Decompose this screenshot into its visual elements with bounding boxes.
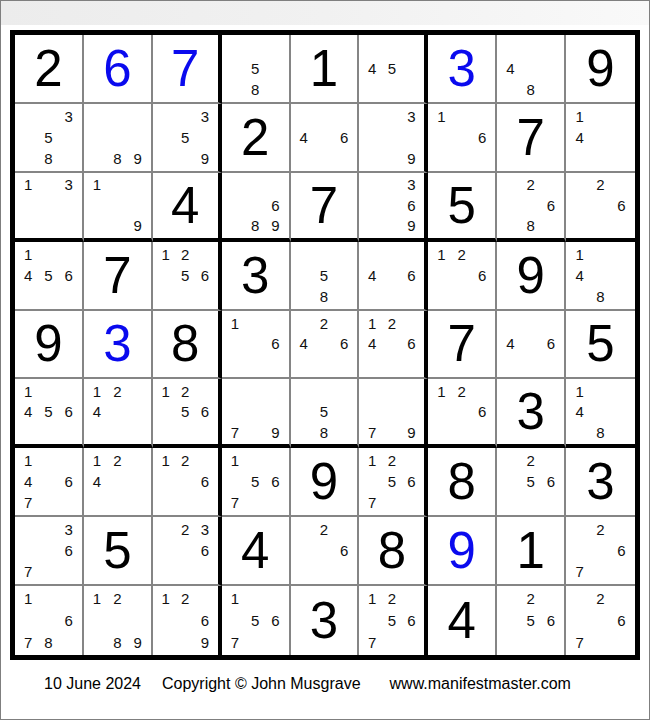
candidate-5: 5 [521, 471, 541, 492]
candidate-4: 4 [294, 127, 314, 148]
pencil-marks: 46 [359, 242, 424, 309]
pencil-marks: 148 [566, 242, 635, 309]
candidate-1: 1 [225, 313, 245, 334]
pencil-marks: 1567 [222, 448, 289, 515]
cell-value: 1 [310, 43, 338, 94]
candidate-4: 4 [569, 265, 590, 286]
candidate-6: 6 [472, 265, 492, 286]
cell-r6c9[interactable]: 148 [566, 379, 635, 448]
candidate-6: 6 [402, 334, 422, 355]
pencil-marks: 689 [222, 173, 289, 238]
candidate-1: 1 [569, 381, 590, 401]
cell-r2c6[interactable]: 39 [359, 104, 428, 173]
cell-r1c8[interactable]: 48 [497, 35, 566, 104]
cell-r4c8[interactable]: 9 [497, 242, 566, 311]
pencil-marks: 26 [291, 517, 358, 584]
cell-r2c8[interactable]: 7 [497, 104, 566, 173]
cell-value: 3 [310, 595, 338, 646]
pencil-marks: 89 [84, 104, 151, 171]
candidate-6: 6 [541, 334, 561, 355]
cell-r8c4[interactable]: 4 [222, 517, 291, 586]
cell-r1c5[interactable]: 1 [291, 35, 360, 104]
candidate-2: 2 [175, 381, 195, 401]
candidate-2: 2 [175, 244, 195, 265]
cell-r1c2[interactable]: 6 [84, 35, 153, 104]
pencil-marks: 267 [566, 517, 635, 584]
cell-r3c8[interactable]: 268 [497, 173, 566, 242]
cell-r9c2[interactable]: 1289 [84, 586, 153, 655]
candidate-4: 4 [500, 58, 520, 79]
cell-r4c7[interactable]: 126 [428, 242, 497, 311]
candidate-5: 5 [382, 610, 402, 632]
cell-r5c2[interactable]: 3 [84, 311, 153, 380]
pencil-marks: 1467 [15, 448, 82, 515]
candidate-6: 6 [334, 334, 354, 355]
cell-r9c3[interactable]: 1269 [153, 586, 222, 655]
pencil-marks: 256 [497, 586, 564, 655]
footer-copyright: Copyright © John Musgrave [162, 675, 361, 692]
candidate-6: 6 [195, 402, 215, 422]
candidate-6: 6 [59, 265, 79, 286]
cell-r6c4[interactable]: 79 [222, 379, 291, 448]
candidate-2: 2 [452, 244, 472, 265]
cell-r2c3[interactable]: 359 [153, 104, 222, 173]
cell-value: 9 [448, 525, 476, 576]
pencil-marks: 367 [15, 517, 82, 584]
cell-r4c1[interactable]: 1456 [15, 242, 84, 311]
cell-value: 8 [171, 318, 199, 369]
cell-r4c4[interactable]: 3 [222, 242, 291, 311]
cell-r3c9[interactable]: 26 [566, 173, 635, 242]
candidate-8: 8 [107, 631, 127, 653]
cell-r5c5[interactable]: 246 [291, 311, 360, 380]
cell-value: 5 [448, 180, 476, 231]
candidate-5: 5 [245, 471, 265, 492]
candidate-9: 9 [265, 215, 285, 235]
cell-value: 5 [103, 525, 131, 576]
candidate-1: 1 [225, 450, 245, 471]
cell-r4c9[interactable]: 148 [566, 242, 635, 311]
cell-r8c8[interactable]: 1 [497, 517, 566, 586]
pencil-marks: 45 [359, 35, 424, 102]
candidate-9: 9 [402, 422, 422, 442]
cell-r2c1[interactable]: 358 [15, 104, 84, 173]
candidate-1: 1 [569, 244, 590, 265]
cell-r7c1[interactable]: 1467 [15, 448, 84, 517]
pencil-marks: 246 [291, 311, 358, 378]
candidate-2: 2 [590, 175, 611, 195]
candidate-1: 1 [87, 450, 107, 471]
cell-r4c2[interactable]: 7 [84, 242, 153, 311]
pencil-marks: 16 [222, 311, 289, 378]
candidate-4: 4 [362, 265, 382, 286]
cell-value: 9 [516, 250, 544, 301]
candidate-4: 4 [294, 334, 314, 355]
pencil-marks: 46 [291, 104, 358, 171]
pencil-marks: 58 [291, 379, 358, 444]
candidate-6: 6 [611, 540, 632, 561]
candidate-7: 7 [362, 422, 382, 442]
cell-value: 3 [103, 318, 131, 369]
candidate-5: 5 [382, 471, 402, 492]
candidate-6: 6 [402, 195, 422, 215]
candidate-1: 1 [431, 381, 451, 401]
cell-r4c5[interactable]: 58 [291, 242, 360, 311]
candidate-8: 8 [245, 215, 265, 235]
candidate-3: 3 [59, 175, 79, 195]
candidate-1: 1 [569, 106, 590, 127]
candidate-3: 3 [59, 106, 79, 127]
cell-r6c3[interactable]: 1256 [153, 379, 222, 448]
candidate-9: 9 [402, 215, 422, 235]
pencil-marks: 126 [428, 242, 495, 309]
pencil-marks: 12567 [359, 448, 424, 515]
pencil-marks: 267 [566, 586, 635, 655]
cell-r2c9[interactable]: 14 [566, 104, 635, 173]
pencil-marks: 1567 [222, 586, 289, 655]
candidate-1: 1 [18, 381, 38, 401]
candidate-2: 2 [175, 588, 195, 610]
candidate-5: 5 [38, 127, 58, 148]
top-bar [1, 1, 649, 25]
cell-r4c3[interactable]: 1256 [153, 242, 222, 311]
cell-r8c2[interactable]: 5 [84, 517, 153, 586]
candidate-5: 5 [245, 58, 265, 79]
pencil-marks: 19 [84, 173, 151, 238]
candidate-2: 2 [107, 381, 127, 401]
cell-r9c7[interactable]: 4 [428, 586, 497, 655]
cell-r7c6[interactable]: 12567 [359, 448, 428, 517]
cell-r3c2[interactable]: 19 [84, 173, 153, 242]
candidate-2: 2 [521, 450, 541, 471]
pencil-marks: 1678 [15, 586, 82, 655]
cell-value: 4 [241, 525, 269, 576]
candidate-1: 1 [362, 313, 382, 334]
candidate-1: 1 [431, 106, 451, 127]
cell-value: 6 [103, 43, 131, 94]
candidate-2: 2 [107, 450, 127, 471]
pencil-marks: 14 [566, 104, 635, 171]
cell-r7c9[interactable]: 3 [566, 448, 635, 517]
candidate-5: 5 [175, 402, 195, 422]
cell-r7c7[interactable]: 8 [428, 448, 497, 517]
candidate-6: 6 [472, 402, 492, 422]
pencil-marks: 58 [291, 242, 358, 309]
cell-r8c9[interactable]: 267 [566, 517, 635, 586]
candidate-8: 8 [38, 631, 58, 653]
candidate-2: 2 [382, 450, 402, 471]
candidate-7: 7 [569, 631, 590, 653]
candidate-9: 9 [127, 631, 147, 653]
candidate-5: 5 [38, 265, 58, 286]
candidate-1: 1 [87, 381, 107, 401]
pencil-marks: 268 [497, 173, 564, 238]
candidate-5: 5 [521, 610, 541, 632]
cell-value: 7 [103, 250, 131, 301]
pencil-marks: 58 [222, 35, 289, 102]
candidate-2: 2 [382, 313, 402, 334]
cell-r1c1[interactable]: 2 [15, 35, 84, 104]
candidate-8: 8 [38, 148, 58, 169]
pencil-marks: 126 [428, 379, 495, 444]
cell-r7c2[interactable]: 124 [84, 448, 153, 517]
cell-r6c2[interactable]: 124 [84, 379, 153, 448]
candidate-6: 6 [611, 195, 632, 215]
candidate-2: 2 [590, 519, 611, 540]
cell-r1c3[interactable]: 7 [153, 35, 222, 104]
cell-r9c4[interactable]: 1567 [222, 586, 291, 655]
candidate-5: 5 [175, 265, 195, 286]
candidate-6: 6 [334, 127, 354, 148]
pencil-marks: 16 [428, 104, 495, 171]
cell-r6c1[interactable]: 1456 [15, 379, 84, 448]
pencil-marks: 12567 [359, 586, 424, 655]
candidate-9: 9 [265, 422, 285, 442]
cell-r3c3[interactable]: 4 [153, 173, 222, 242]
candidate-7: 7 [18, 561, 38, 582]
candidate-1: 1 [156, 588, 176, 610]
cell-value: 2 [241, 112, 269, 163]
candidate-4: 4 [500, 334, 520, 355]
candidate-2: 2 [590, 588, 611, 610]
candidate-6: 6 [402, 471, 422, 492]
candidate-4: 4 [18, 402, 38, 422]
cell-r3c1[interactable]: 13 [15, 173, 84, 242]
candidate-6: 6 [402, 265, 422, 286]
pencil-marks: 79 [222, 379, 289, 444]
pencil-marks: 26 [566, 173, 635, 238]
candidate-5: 5 [382, 58, 402, 79]
candidate-6: 6 [59, 471, 79, 492]
candidate-6: 6 [541, 471, 561, 492]
candidate-1: 1 [18, 450, 38, 471]
pencil-marks: 124 [84, 379, 151, 444]
cell-value: 5 [586, 318, 614, 369]
candidate-9: 9 [127, 148, 147, 169]
candidate-1: 1 [225, 588, 245, 610]
pencil-marks: 256 [497, 448, 564, 515]
pencil-marks: 1289 [84, 586, 151, 655]
pencil-marks: 1456 [15, 242, 82, 309]
cell-value: 3 [241, 250, 269, 301]
candidate-8: 8 [521, 79, 541, 100]
pencil-marks: 1456 [15, 379, 82, 444]
pencil-marks: 1256 [153, 379, 218, 444]
candidate-3: 3 [195, 106, 215, 127]
candidate-1: 1 [362, 450, 382, 471]
cell-r6c7[interactable]: 126 [428, 379, 497, 448]
candidate-6: 6 [541, 610, 561, 632]
cell-r8c5[interactable]: 26 [291, 517, 360, 586]
candidate-1: 1 [156, 450, 176, 471]
candidate-2: 2 [107, 588, 127, 610]
candidate-6: 6 [195, 265, 215, 286]
cell-value: 9 [586, 43, 614, 94]
candidate-4: 4 [569, 402, 590, 422]
cell-r1c6[interactable]: 45 [359, 35, 428, 104]
pencil-marks: 359 [153, 104, 218, 171]
candidate-3: 3 [402, 175, 422, 195]
candidate-1: 1 [87, 588, 107, 610]
cell-r5c6[interactable]: 1246 [359, 311, 428, 380]
cell-r3c4[interactable]: 689 [222, 173, 291, 242]
candidate-7: 7 [362, 492, 382, 513]
candidate-1: 1 [431, 244, 451, 265]
candidate-6: 6 [195, 471, 215, 492]
footer: 10 June 2024Copyright © John Musgravewww… [44, 675, 571, 693]
cell-r1c4[interactable]: 58 [222, 35, 291, 104]
footer-url: www.manifestmaster.com [390, 675, 571, 692]
candidate-2: 2 [382, 588, 402, 610]
cell-value: 4 [448, 595, 476, 646]
cell-value: 3 [516, 386, 544, 437]
cell-value: 9 [310, 456, 338, 507]
candidate-5: 5 [38, 402, 58, 422]
cell-r7c4[interactable]: 1567 [222, 448, 291, 517]
candidate-3: 3 [195, 519, 215, 540]
cell-r8c1[interactable]: 367 [15, 517, 84, 586]
cell-r3c5[interactable]: 7 [291, 173, 360, 242]
cell-value: 7 [516, 112, 544, 163]
cell-r9c9[interactable]: 267 [566, 586, 635, 655]
cell-value: 4 [171, 180, 199, 231]
cell-r2c4[interactable]: 2 [222, 104, 291, 173]
candidate-6: 6 [59, 540, 79, 561]
candidate-5: 5 [314, 265, 334, 286]
cell-r2c2[interactable]: 89 [84, 104, 153, 173]
candidate-2: 2 [521, 588, 541, 610]
candidate-4: 4 [87, 471, 107, 492]
app-window: 2675814534893588935924639167141319468973… [0, 0, 650, 720]
candidate-8: 8 [590, 422, 611, 442]
cell-value: 1 [516, 525, 544, 576]
cell-r8c3[interactable]: 236 [153, 517, 222, 586]
footer-date: 10 June 2024 [44, 675, 141, 692]
pencil-marks: 124 [84, 448, 151, 515]
cell-r9c6[interactable]: 12567 [359, 586, 428, 655]
candidate-1: 1 [18, 175, 38, 195]
candidate-4: 4 [18, 471, 38, 492]
cell-r5c4[interactable]: 16 [222, 311, 291, 380]
cell-r6c8[interactable]: 3 [497, 379, 566, 448]
pencil-marks: 1256 [153, 242, 218, 309]
candidate-4: 4 [362, 58, 382, 79]
candidate-8: 8 [107, 148, 127, 169]
candidate-7: 7 [18, 492, 38, 513]
candidate-2: 2 [314, 313, 334, 334]
candidate-2: 2 [521, 175, 541, 195]
cell-r3c7[interactable]: 5 [428, 173, 497, 242]
candidate-6: 6 [195, 540, 215, 561]
candidate-7: 7 [18, 631, 38, 653]
candidate-8: 8 [590, 286, 611, 307]
cell-r5c3[interactable]: 8 [153, 311, 222, 380]
cell-value: 7 [171, 43, 199, 94]
pencil-marks: 46 [497, 311, 564, 378]
cell-r3c6[interactable]: 369 [359, 173, 428, 242]
pencil-marks: 1269 [153, 586, 218, 655]
cell-value: 7 [310, 180, 338, 231]
pencil-marks: 236 [153, 517, 218, 584]
cell-r9c1[interactable]: 1678 [15, 586, 84, 655]
cell-value: 8 [378, 525, 406, 576]
candidate-5: 5 [245, 610, 265, 632]
cell-r8c6[interactable]: 8 [359, 517, 428, 586]
cell-r6c6[interactable]: 79 [359, 379, 428, 448]
candidate-2: 2 [175, 450, 195, 471]
candidate-9: 9 [402, 148, 422, 169]
cell-r5c1[interactable]: 9 [15, 311, 84, 380]
cell-r4c6[interactable]: 46 [359, 242, 428, 311]
candidate-1: 1 [156, 244, 176, 265]
cell-r5c9[interactable]: 5 [566, 311, 635, 380]
pencil-marks: 13 [15, 173, 82, 238]
candidate-7: 7 [225, 422, 245, 442]
cell-r2c7[interactable]: 16 [428, 104, 497, 173]
candidate-6: 6 [472, 127, 492, 148]
cell-value: 3 [448, 43, 476, 94]
cell-r7c8[interactable]: 256 [497, 448, 566, 517]
candidate-7: 7 [569, 561, 590, 582]
candidate-5: 5 [175, 127, 195, 148]
candidate-6: 6 [195, 610, 215, 632]
cell-r6c5[interactable]: 58 [291, 379, 360, 448]
candidate-6: 6 [265, 610, 285, 632]
candidate-9: 9 [127, 215, 147, 235]
candidate-4: 4 [87, 402, 107, 422]
pencil-marks: 148 [566, 379, 635, 444]
cell-value: 8 [448, 456, 476, 507]
candidate-6: 6 [402, 610, 422, 632]
candidate-2: 2 [452, 381, 472, 401]
candidate-7: 7 [225, 492, 245, 513]
candidate-7: 7 [225, 631, 245, 653]
cell-value: 2 [34, 43, 62, 94]
candidate-6: 6 [334, 540, 354, 561]
cell-r2c5[interactable]: 46 [291, 104, 360, 173]
sudoku-board: 2675814534893588935924639167141319468973… [10, 30, 640, 660]
candidate-6: 6 [265, 471, 285, 492]
candidate-8: 8 [314, 286, 334, 307]
candidate-6: 6 [59, 610, 79, 632]
cell-value: 7 [448, 318, 476, 369]
candidate-3: 3 [402, 106, 422, 127]
cell-r9c8[interactable]: 256 [497, 586, 566, 655]
cell-r9c5[interactable]: 3 [291, 586, 360, 655]
cell-r1c7[interactable]: 3 [428, 35, 497, 104]
candidate-8: 8 [245, 79, 265, 100]
candidate-1: 1 [18, 588, 38, 610]
cell-r7c3[interactable]: 126 [153, 448, 222, 517]
candidate-8: 8 [521, 215, 541, 235]
cell-r5c7[interactable]: 7 [428, 311, 497, 380]
pencil-marks: 39 [359, 104, 424, 171]
candidate-5: 5 [314, 402, 334, 422]
cell-r5c8[interactable]: 46 [497, 311, 566, 380]
candidate-1: 1 [156, 381, 176, 401]
cell-value: 9 [34, 318, 62, 369]
cell-r8c7[interactable]: 9 [428, 517, 497, 586]
cell-r1c9[interactable]: 9 [566, 35, 635, 104]
candidate-8: 8 [314, 422, 334, 442]
cell-r7c5[interactable]: 9 [291, 448, 360, 517]
candidate-1: 1 [362, 588, 382, 610]
candidate-6: 6 [541, 195, 561, 215]
candidate-2: 2 [314, 519, 334, 540]
candidate-4: 4 [362, 334, 382, 355]
candidate-4: 4 [569, 127, 590, 148]
candidate-6: 6 [611, 610, 632, 632]
